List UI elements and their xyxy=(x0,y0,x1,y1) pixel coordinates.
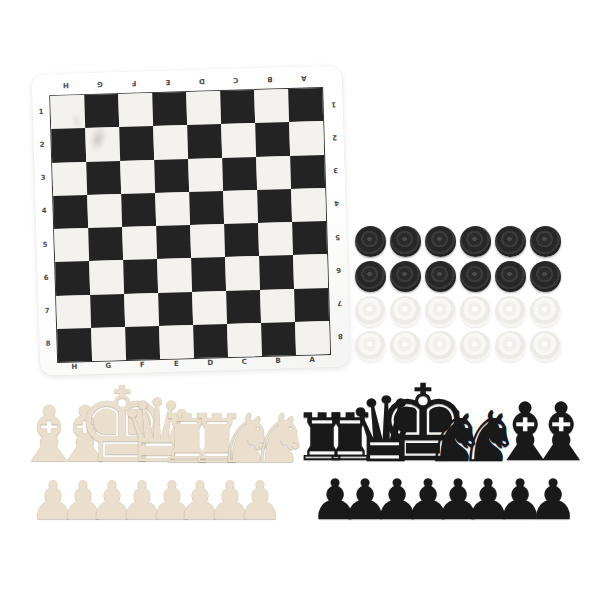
board-square xyxy=(258,222,293,256)
file-label-top: F xyxy=(131,79,136,86)
board-square xyxy=(88,227,123,261)
checker-black xyxy=(495,261,526,292)
checker-black xyxy=(425,226,456,257)
board-square xyxy=(87,194,122,228)
checker-black xyxy=(460,226,491,257)
board-square xyxy=(54,228,89,262)
board-square xyxy=(157,258,192,292)
checker-white xyxy=(530,296,561,327)
checker-black xyxy=(530,226,561,257)
board-square xyxy=(291,188,326,222)
rank-label-left: 4 xyxy=(42,208,47,215)
file-label-bottom: D xyxy=(207,360,213,367)
board-square xyxy=(51,128,86,162)
board-square xyxy=(255,122,290,156)
board-square xyxy=(153,125,188,159)
product-photo: HHGGFFEEDDCCBBAA1122334455667788 ♝♝♚♛♜♜♞… xyxy=(0,0,600,600)
board-square xyxy=(84,94,119,128)
board-square xyxy=(121,193,156,227)
rank-label-left: 3 xyxy=(41,175,46,182)
black-pawn-piece: ♟ xyxy=(528,479,578,521)
checker-white xyxy=(530,331,561,362)
checkers-tray xyxy=(353,224,563,364)
checker-black xyxy=(390,261,421,292)
chess-board-grid xyxy=(49,87,331,363)
board-square xyxy=(294,287,329,321)
rank-label-right: 6 xyxy=(335,266,340,273)
file-label-bottom: E xyxy=(174,361,179,368)
checker-white xyxy=(425,331,456,362)
checker-white xyxy=(355,296,386,327)
board-square xyxy=(256,156,291,190)
checker-white xyxy=(495,296,526,327)
board-square xyxy=(261,322,296,356)
checker-white xyxy=(390,296,421,327)
board-square xyxy=(227,323,262,357)
checker-black xyxy=(495,226,526,257)
rank-label-left: 5 xyxy=(43,241,48,248)
rank-label-right: 2 xyxy=(332,133,337,140)
rank-label-right: 4 xyxy=(334,199,339,206)
file-label-top: D xyxy=(199,77,205,84)
board-square xyxy=(52,162,87,196)
board-square xyxy=(292,221,327,255)
board-square xyxy=(155,192,190,226)
board-square xyxy=(288,88,323,122)
board-square xyxy=(124,293,159,327)
chess-board-mat: HHGGFFEEDDCCBBAA1122334455667788 xyxy=(32,65,351,375)
board-square xyxy=(223,190,258,224)
black-bishop-piece: ♝ xyxy=(525,403,597,463)
rank-label-right: 5 xyxy=(334,233,339,240)
board-square xyxy=(189,191,224,225)
checker-black xyxy=(530,261,561,292)
board-square xyxy=(57,328,92,362)
board-square xyxy=(90,294,125,328)
board-square xyxy=(125,326,160,360)
board-square xyxy=(158,291,193,325)
checker-black xyxy=(390,226,421,257)
file-label-top: H xyxy=(63,81,69,88)
file-label-top: C xyxy=(233,76,238,83)
checker-white xyxy=(495,331,526,362)
rank-label-right: 1 xyxy=(331,100,336,107)
board-square xyxy=(226,289,261,323)
board-square xyxy=(188,158,223,192)
file-label-bottom: C xyxy=(242,359,247,366)
board-square xyxy=(192,290,227,324)
board-square xyxy=(295,321,330,355)
file-label-bottom: B xyxy=(275,358,281,365)
board-square xyxy=(119,126,154,160)
rank-label-left: 6 xyxy=(44,275,49,282)
board-square xyxy=(222,157,257,191)
board-square xyxy=(260,288,295,322)
board-square xyxy=(221,123,256,157)
checker-black xyxy=(355,261,386,292)
board-square xyxy=(220,90,255,124)
checker-black xyxy=(355,226,386,257)
file-label-top: G xyxy=(97,80,103,87)
board-square xyxy=(53,195,88,229)
rank-label-left: 2 xyxy=(40,142,45,149)
board-square xyxy=(86,161,121,195)
board-square xyxy=(118,93,153,127)
board-square xyxy=(190,224,225,258)
board-square xyxy=(259,255,294,289)
board-square xyxy=(56,295,91,329)
checker-black xyxy=(425,261,456,292)
rank-label-right: 3 xyxy=(333,166,338,173)
board-square xyxy=(186,91,221,125)
checker-black xyxy=(460,261,491,292)
file-label-top: A xyxy=(301,74,307,81)
checker-white xyxy=(425,296,456,327)
board-square xyxy=(122,226,157,260)
board-square xyxy=(89,260,124,294)
white-pawn-piece: ♟ xyxy=(236,481,284,521)
file-label-top: E xyxy=(165,78,170,85)
board-square xyxy=(123,259,158,293)
file-label-top: B xyxy=(267,75,273,82)
board-square xyxy=(91,327,126,361)
rank-label-left: 7 xyxy=(45,308,50,315)
board-square xyxy=(187,124,222,158)
board-square xyxy=(152,92,187,126)
board-square xyxy=(154,159,189,193)
board-square xyxy=(159,325,194,359)
board-square xyxy=(120,160,155,194)
board-square xyxy=(55,261,90,295)
board-square xyxy=(156,225,191,259)
checker-white xyxy=(460,296,491,327)
rank-label-right: 8 xyxy=(337,332,342,339)
rank-label-right: 7 xyxy=(336,299,341,306)
rank-label-left: 1 xyxy=(39,108,44,115)
board-square xyxy=(290,155,325,189)
checker-white xyxy=(460,331,491,362)
checker-white xyxy=(355,331,386,362)
board-square xyxy=(225,256,260,290)
board-square xyxy=(191,257,226,291)
board-square xyxy=(193,324,228,358)
board-square xyxy=(289,121,324,155)
board-square xyxy=(224,223,259,257)
board-square xyxy=(257,189,292,223)
board-square xyxy=(293,254,328,288)
checker-white xyxy=(390,331,421,362)
file-label-bottom: A xyxy=(309,357,315,364)
board-square xyxy=(254,89,289,123)
rank-label-left: 8 xyxy=(46,341,51,348)
